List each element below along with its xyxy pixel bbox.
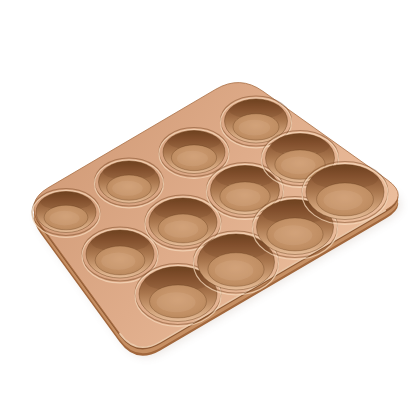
cup-floor-highlight	[157, 292, 196, 312]
cup-floor-highlight	[239, 120, 270, 136]
cup-floor-highlight	[215, 260, 254, 280]
muffin-cup-r1c1	[32, 189, 100, 238]
product-photo	[0, 0, 420, 420]
cup-floor-highlight	[50, 211, 80, 226]
cup-floor-highlight	[324, 190, 363, 210]
cup-floor-highlight	[112, 181, 143, 196]
cup-floor-highlight	[101, 253, 135, 270]
cup-floor-highlight	[226, 189, 261, 207]
cup-floor-highlight	[177, 151, 208, 166]
muffin-pan-photo	[0, 0, 420, 420]
cup-floor-highlight	[281, 157, 316, 175]
cup-floor-highlight	[164, 221, 198, 238]
muffin-cup-r1c2	[95, 158, 164, 208]
muffin-cup-r3c4	[302, 162, 388, 225]
cup-floor-highlight	[274, 225, 313, 245]
